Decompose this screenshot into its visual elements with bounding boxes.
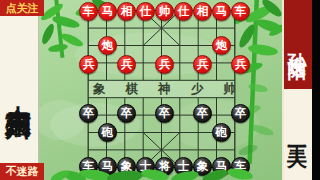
intersection-c9[interactable]: 象 bbox=[117, 157, 136, 176]
intersection-g3[interactable]: 兵 bbox=[193, 55, 212, 74]
intersection-f0[interactable]: 仕 bbox=[174, 2, 193, 21]
intersection-d6[interactable] bbox=[136, 104, 155, 123]
intersection-a7[interactable] bbox=[79, 123, 98, 142]
intersection-a2[interactable] bbox=[79, 36, 98, 55]
intersection-d1[interactable] bbox=[136, 21, 155, 36]
intersection-a3[interactable]: 兵 bbox=[79, 55, 98, 74]
intersection-h2[interactable]: 炮 bbox=[212, 36, 231, 55]
piece-black-soldier[interactable]: 卒 bbox=[193, 104, 212, 123]
piece-black-elephant[interactable]: 象 bbox=[193, 157, 212, 176]
piece-red-soldier[interactable]: 兵 bbox=[193, 55, 212, 74]
river-char: 棋 bbox=[126, 81, 139, 98]
piece-black-chariot[interactable]: 车 bbox=[79, 157, 98, 176]
intersection-h9[interactable]: 马 bbox=[212, 157, 231, 176]
intersection-a9[interactable]: 车 bbox=[79, 157, 98, 176]
piece-red-soldier[interactable]: 兵 bbox=[79, 55, 98, 74]
intersection-g2[interactable] bbox=[193, 36, 212, 55]
intersection-c2[interactable] bbox=[117, 36, 136, 55]
intersection-d7[interactable] bbox=[136, 123, 155, 142]
intersection-d8[interactable] bbox=[136, 142, 155, 157]
intersection-e0[interactable]: 帅 bbox=[155, 2, 174, 21]
river-char: 象 bbox=[93, 81, 106, 98]
intersection-a8[interactable] bbox=[79, 142, 98, 157]
intersection-f6[interactable] bbox=[174, 104, 193, 123]
intersection-g0[interactable]: 相 bbox=[193, 2, 212, 21]
intersection-i9[interactable]: 车 bbox=[231, 157, 250, 176]
piece-black-cannon[interactable]: 砲 bbox=[98, 123, 117, 142]
dont-get-lost-banner[interactable]: 不迷路 bbox=[0, 163, 44, 180]
piece-red-cannon[interactable]: 炮 bbox=[98, 36, 117, 55]
intersection-c3[interactable]: 兵 bbox=[117, 55, 136, 74]
piece-black-cannon[interactable]: 砲 bbox=[212, 123, 231, 142]
player-name-red: 孙逸阳 bbox=[282, 0, 312, 89]
piece-black-chariot[interactable]: 车 bbox=[231, 157, 250, 176]
intersection-d3[interactable] bbox=[136, 55, 155, 74]
intersection-f1[interactable] bbox=[174, 21, 193, 36]
intersection-b1[interactable] bbox=[98, 21, 117, 36]
intersection-h7[interactable]: 砲 bbox=[212, 123, 231, 142]
river-char: 神 bbox=[158, 81, 171, 98]
river-char: 帅 bbox=[224, 81, 237, 98]
intersection-b9[interactable]: 马 bbox=[98, 157, 117, 176]
intersection-b2[interactable]: 炮 bbox=[98, 36, 117, 55]
intersection-b0[interactable]: 马 bbox=[98, 2, 117, 21]
intersection-a0[interactable]: 车 bbox=[79, 2, 98, 21]
piece-black-advisor[interactable]: 士 bbox=[174, 157, 193, 176]
video-thumbnail: 象 棋 神 少 帅 车马相仕帅仕相马车炮炮兵兵兵兵兵卒卒卒卒卒砲砲车马象士将士象… bbox=[0, 0, 320, 180]
intersection-e7[interactable] bbox=[155, 123, 174, 142]
intersection-b7[interactable]: 砲 bbox=[98, 123, 117, 142]
intersection-f8[interactable] bbox=[174, 142, 193, 157]
intersection-g9[interactable]: 象 bbox=[193, 157, 212, 176]
piece-red-elephant[interactable]: 相 bbox=[193, 2, 212, 21]
piece-black-soldier[interactable]: 卒 bbox=[231, 104, 250, 123]
intersection-i0[interactable]: 车 bbox=[231, 2, 250, 21]
intersection-d9[interactable]: 士 bbox=[136, 157, 155, 176]
right-edge-bar bbox=[312, 0, 320, 180]
intersection-i7[interactable] bbox=[231, 123, 250, 142]
piece-black-elephant[interactable]: 象 bbox=[117, 157, 136, 176]
intersection-i6[interactable]: 卒 bbox=[231, 104, 250, 123]
intersection-a1[interactable] bbox=[79, 21, 98, 36]
piece-black-horse[interactable]: 马 bbox=[98, 157, 117, 176]
river-watermark-text: 象 棋 神 少 帅 bbox=[93, 81, 236, 97]
intersection-i2[interactable] bbox=[231, 36, 250, 55]
piece-red-horse[interactable]: 马 bbox=[212, 2, 231, 21]
intersection-h0[interactable]: 马 bbox=[212, 2, 231, 21]
intersection-e6[interactable]: 卒 bbox=[155, 104, 174, 123]
intersection-h1[interactable] bbox=[212, 21, 231, 36]
follow-banner[interactable]: 点关注 bbox=[0, 0, 44, 16]
piece-black-soldier[interactable]: 卒 bbox=[117, 104, 136, 123]
player-names-strip: 孙逸阳 王天一 bbox=[282, 0, 312, 180]
xiangqi-board[interactable]: 象 棋 神 少 帅 车马相仕帅仕相马车炮炮兵兵兵兵兵卒卒卒卒卒砲砲车马象士将士象… bbox=[79, 2, 244, 176]
piece-red-advisor[interactable]: 仕 bbox=[136, 2, 155, 21]
piece-black-soldier[interactable]: 卒 bbox=[155, 104, 174, 123]
intersection-b6[interactable] bbox=[98, 104, 117, 123]
intersection-i1[interactable] bbox=[231, 21, 250, 36]
intersection-c8[interactable] bbox=[117, 142, 136, 157]
intersection-e3[interactable]: 兵 bbox=[155, 55, 174, 74]
piece-black-soldier[interactable]: 卒 bbox=[79, 104, 98, 123]
intersection-c7[interactable] bbox=[117, 123, 136, 142]
intersection-i3[interactable]: 兵 bbox=[231, 55, 250, 74]
piece-red-soldier[interactable]: 兵 bbox=[117, 55, 136, 74]
intersection-d2[interactable] bbox=[136, 36, 155, 55]
intersection-i8[interactable] bbox=[231, 142, 250, 157]
episode-title: 大意失荆州 bbox=[0, 16, 39, 163]
intersection-g8[interactable] bbox=[193, 142, 212, 157]
piece-red-advisor[interactable]: 仕 bbox=[174, 2, 193, 21]
piece-red-soldier[interactable]: 兵 bbox=[231, 55, 250, 74]
piece-red-cannon[interactable]: 炮 bbox=[212, 36, 231, 55]
intersection-c1[interactable] bbox=[117, 21, 136, 36]
intersection-c6[interactable]: 卒 bbox=[117, 104, 136, 123]
piece-red-general[interactable]: 帅 bbox=[155, 2, 174, 21]
intersection-f2[interactable] bbox=[174, 36, 193, 55]
intersection-f3[interactable] bbox=[174, 55, 193, 74]
intersection-g6[interactable]: 卒 bbox=[193, 104, 212, 123]
river-char: 少 bbox=[191, 81, 204, 98]
intersection-e8[interactable] bbox=[155, 142, 174, 157]
intersection-a6[interactable]: 卒 bbox=[79, 104, 98, 123]
intersection-h6[interactable] bbox=[212, 104, 231, 123]
piece-red-elephant[interactable]: 相 bbox=[117, 2, 136, 21]
piece-red-chariot[interactable]: 车 bbox=[79, 2, 98, 21]
piece-black-general[interactable]: 将 bbox=[155, 157, 174, 176]
intersection-h8[interactable] bbox=[212, 142, 231, 157]
intersection-g1[interactable] bbox=[193, 21, 212, 36]
intersection-h3[interactable] bbox=[212, 55, 231, 74]
intersection-c0[interactable]: 相 bbox=[117, 2, 136, 21]
intersection-e1[interactable] bbox=[155, 21, 174, 36]
intersection-b3[interactable] bbox=[98, 55, 117, 74]
piece-black-horse[interactable]: 马 bbox=[212, 157, 231, 176]
intersection-d0[interactable]: 仕 bbox=[136, 2, 155, 21]
player-name-black: 王天一 bbox=[282, 89, 312, 180]
piece-red-horse[interactable]: 马 bbox=[98, 2, 117, 21]
piece-black-advisor[interactable]: 士 bbox=[136, 157, 155, 176]
intersection-e9[interactable]: 将 bbox=[155, 157, 174, 176]
piece-red-chariot[interactable]: 车 bbox=[231, 2, 250, 21]
intersection-e2[interactable] bbox=[155, 36, 174, 55]
intersection-g7[interactable] bbox=[193, 123, 212, 142]
piece-red-soldier[interactable]: 兵 bbox=[155, 55, 174, 74]
intersection-f9[interactable]: 士 bbox=[174, 157, 193, 176]
intersection-f7[interactable] bbox=[174, 123, 193, 142]
intersection-b8[interactable] bbox=[98, 142, 117, 157]
